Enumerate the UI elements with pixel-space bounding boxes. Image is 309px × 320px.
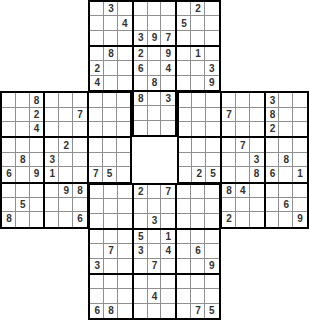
cell-r6-c8[interactable]: [104, 76, 118, 90]
sudoku-block: 25: [178, 137, 221, 182]
cell-r21-c15: 5: [205, 304, 219, 318]
cell-r10-c3[interactable]: [30, 138, 44, 152]
cell-r10-c14[interactable]: [192, 138, 206, 152]
cell-r12-c7: 7: [89, 167, 103, 181]
cell-r7-c18[interactable]: [250, 93, 264, 107]
cell-r8-c1[interactable]: [2, 108, 16, 122]
cell-r15-c5[interactable]: [59, 212, 73, 226]
cell-r19-c9[interactable]: [118, 275, 132, 289]
cell-r20-c8[interactable]: [104, 289, 118, 303]
cell-r16-c8[interactable]: [104, 230, 118, 244]
cell-r12-c4: 1: [45, 167, 59, 181]
cell-r11-c7[interactable]: [89, 153, 103, 167]
cell-r15-c9[interactable]: [118, 214, 132, 228]
cell-r13-c15: [205, 185, 219, 199]
cell-r1-c12[interactable]: [161, 2, 175, 16]
cell-r21-c13[interactable]: [177, 304, 191, 318]
cell-r12-c5[interactable]: [59, 167, 73, 181]
cell-r9-c16[interactable]: [222, 122, 236, 136]
cell-r16-c13[interactable]: [177, 230, 191, 244]
cell-r11-c13[interactable]: [179, 153, 193, 167]
cell-r4-c15[interactable]: [205, 47, 219, 61]
cell-r16-c7[interactable]: [90, 230, 104, 244]
cell-r7-c13[interactable]: [179, 93, 193, 107]
cell-r9-c1[interactable]: [2, 122, 16, 136]
sudoku-block: 69: [176, 229, 219, 274]
cell-r9-c21[interactable]: [293, 122, 307, 136]
cell-r16-c14[interactable]: [191, 230, 205, 244]
cell-r9-c13[interactable]: [179, 122, 193, 136]
sudoku-block: 824: [89, 46, 132, 91]
cell-r7-c11[interactable]: [148, 92, 162, 106]
cell-r5-c8[interactable]: [104, 61, 118, 75]
cell-r12-c15: 5: [206, 167, 220, 181]
cell-r15-c6: 6: [73, 212, 87, 226]
cell-r17-c15[interactable]: [205, 244, 219, 258]
cell-r7-c19: 3: [266, 93, 280, 107]
cell-r7-c7[interactable]: [89, 93, 103, 107]
sudoku-block: 738: [221, 137, 264, 182]
cell-r11-c1[interactable]: [2, 153, 16, 167]
cell-r15-c16: 2: [222, 212, 236, 226]
cell-r14-c15[interactable]: [205, 199, 219, 213]
sudoku-block: 25: [176, 1, 219, 46]
cell-r12-c17[interactable]: [236, 167, 250, 181]
cell-r14-c19[interactable]: [266, 198, 280, 212]
sudoku-block: 842: [221, 183, 264, 228]
cell-r14-c7[interactable]: [90, 199, 104, 213]
cell-r17-c12: 4: [161, 244, 175, 258]
cell-r11-c9[interactable]: [117, 153, 131, 167]
cell-r14-c16[interactable]: [222, 198, 236, 212]
cell-r18-c13[interactable]: [177, 259, 191, 273]
cell-r10-c18[interactable]: [250, 138, 264, 152]
cell-r14-c6[interactable]: [73, 198, 87, 212]
cell-r14-c5[interactable]: [59, 198, 73, 212]
cell-r13-c2[interactable]: [16, 184, 30, 198]
cell-r19-c12[interactable]: [161, 275, 175, 289]
cell-r8-c9[interactable]: [117, 108, 131, 122]
sudoku-block: 51347: [133, 229, 176, 274]
cell-r16-c11[interactable]: [148, 230, 162, 244]
cell-r14-c12[interactable]: [161, 199, 175, 213]
cell-r18-c12[interactable]: [161, 259, 175, 273]
cell-r16-c9[interactable]: [118, 230, 132, 244]
cell-r14-c3[interactable]: [30, 198, 44, 212]
cell-r20-c7[interactable]: [90, 289, 104, 303]
cell-r10-c15[interactable]: [206, 138, 220, 152]
sudoku-block: 29648: [133, 46, 176, 91]
sudoku-block: 34: [89, 1, 132, 46]
cell-r11-c6[interactable]: [73, 153, 87, 167]
cell-r8-c15[interactable]: [206, 108, 220, 122]
cell-r21-c12[interactable]: [161, 304, 175, 318]
cell-r5-c11[interactable]: [148, 61, 162, 75]
cell-r13-c12: 7: [161, 185, 175, 199]
cell-r3-c12: 7: [161, 31, 175, 45]
cell-r7-c1[interactable]: [2, 93, 16, 107]
cell-r10-c6[interactable]: [73, 138, 87, 152]
cell-r19-c15[interactable]: [205, 275, 219, 289]
cell-r8-c14[interactable]: [192, 108, 206, 122]
cell-r4-c9[interactable]: [118, 47, 132, 61]
cell-r13-c6: 8: [73, 184, 87, 198]
cell-r20-c15[interactable]: [205, 289, 219, 303]
cell-r11-c19[interactable]: [266, 153, 280, 167]
cell-r6-c11: 8: [148, 76, 162, 90]
cell-r8-c5[interactable]: [59, 108, 73, 122]
cell-r10-c21[interactable]: [293, 138, 307, 152]
cell-r20-c9[interactable]: [118, 289, 132, 303]
cell-r2-c11[interactable]: [148, 16, 162, 30]
cell-r14-c17[interactable]: [236, 198, 250, 212]
cell-r1-c11[interactable]: [148, 2, 162, 16]
cell-r5-c13[interactable]: [177, 61, 191, 75]
cell-r14-c18[interactable]: [250, 198, 264, 212]
sudoku-block: 139: [176, 46, 219, 91]
cell-r3-c15[interactable]: [205, 31, 219, 45]
cell-r7-c14: [192, 93, 206, 107]
cell-r12-c9[interactable]: [117, 167, 131, 181]
cell-r2-c14[interactable]: [191, 16, 205, 30]
cell-r14-c10[interactable]: [134, 199, 148, 213]
cell-r8-c7[interactable]: [89, 108, 103, 122]
cell-r9-c17[interactable]: [236, 122, 250, 136]
cell-r15-c14[interactable]: [191, 214, 205, 228]
cell-r4-c8: 8: [104, 47, 118, 61]
cell-r17-c11[interactable]: [148, 244, 162, 258]
cell-r3-c14[interactable]: [191, 31, 205, 45]
cell-r20-c12[interactable]: [161, 289, 175, 303]
cell-r12-c1: 6: [2, 167, 16, 181]
cell-r12-c21: 1: [293, 167, 307, 181]
cell-r1-c10[interactable]: [134, 2, 148, 16]
cell-r4-c11[interactable]: [148, 47, 162, 61]
cell-r1-c7[interactable]: [90, 2, 104, 16]
cell-r11-c16[interactable]: [222, 153, 236, 167]
cell-r8-c10[interactable]: [134, 106, 148, 120]
cell-r18-c8[interactable]: [104, 259, 118, 273]
cell-r12-c8: 5: [103, 167, 117, 181]
cell-r18-c11: 7: [148, 259, 162, 273]
cell-r10-c7[interactable]: [89, 138, 103, 152]
cell-r11-c3[interactable]: [30, 153, 44, 167]
sudoku-block: 397: [133, 1, 176, 46]
cell-r10-c1[interactable]: [2, 138, 16, 152]
cell-r18-c9[interactable]: [118, 259, 132, 273]
cell-r7-c5[interactable]: [59, 93, 73, 107]
cell-r8-c11[interactable]: [148, 106, 162, 120]
cell-r3-c9[interactable]: [118, 31, 132, 45]
cell-r15-c10[interactable]: [134, 214, 148, 228]
cell-r9-c7[interactable]: [89, 122, 103, 136]
cell-r19-c13[interactable]: [177, 275, 191, 289]
cell-r10-c20[interactable]: [279, 138, 293, 152]
cell-r14-c11[interactable]: [148, 199, 162, 213]
cell-r13-c5: 9: [59, 184, 73, 198]
cell-r9-c3: 4: [30, 122, 44, 136]
cell-r21-c11[interactable]: [148, 304, 162, 318]
sudoku-block: 75: [176, 274, 219, 319]
cell-r15-c13[interactable]: [177, 214, 191, 228]
cell-r14-c4[interactable]: [45, 198, 59, 212]
cell-r18-c7: 3: [90, 259, 104, 273]
cell-r14-c1[interactable]: [2, 198, 16, 212]
cell-r2-c10[interactable]: [134, 16, 148, 30]
cell-r11-c20: 8: [279, 153, 293, 167]
cell-r1-c13[interactable]: [177, 2, 191, 16]
cell-r17-c7[interactable]: [90, 244, 104, 258]
cell-r13-c3[interactable]: [30, 184, 44, 198]
cell-r11-c15[interactable]: [206, 153, 220, 167]
cell-r10-c13[interactable]: [179, 138, 193, 152]
cell-r7-c12: 3: [161, 92, 175, 106]
cell-r11-c17[interactable]: [236, 153, 250, 167]
cell-r9-c12[interactable]: [161, 121, 175, 135]
cell-r6-c15: 9: [205, 76, 219, 90]
cell-r13-c4[interactable]: [45, 184, 59, 198]
cell-r3-c10: 3: [134, 31, 148, 45]
sudoku-block: 83: [133, 91, 176, 136]
cell-r15-c19[interactable]: [266, 212, 280, 226]
cell-r8-c19: 8: [266, 108, 280, 122]
sudoku-cross-board: 343972582429648139178379 824786923175589…: [0, 0, 309, 320]
cell-r19-c14[interactable]: [191, 275, 205, 289]
cell-r2-c13: 5: [177, 16, 191, 30]
cell-r8-c20[interactable]: [279, 108, 293, 122]
cell-r16-c15[interactable]: [205, 230, 219, 244]
cell-r7-c21[interactable]: [293, 93, 307, 107]
cell-r16-c10: 5: [134, 230, 148, 244]
cell-r8-c18[interactable]: [250, 108, 264, 122]
cell-r12-c6[interactable]: [73, 167, 87, 181]
cell-r15-c2[interactable]: [16, 212, 30, 226]
cell-r7-c16[interactable]: [222, 93, 236, 107]
cell-r4-c14: 1: [191, 47, 205, 61]
cell-r8-c8[interactable]: [103, 108, 117, 122]
cell-r8-c13[interactable]: [179, 108, 193, 122]
cell-r13-c7: [90, 185, 104, 199]
cell-r5-c15: 3: [205, 61, 219, 75]
cell-r15-c3[interactable]: [30, 212, 44, 226]
cell-r13-c13[interactable]: [177, 185, 191, 199]
cell-r12-c18: 8: [250, 167, 264, 181]
cell-r17-c9[interactable]: [118, 244, 132, 258]
cell-r6-c12[interactable]: [161, 76, 175, 90]
cell-r17-c13[interactable]: [177, 244, 191, 258]
cell-r17-c8: 7: [104, 244, 118, 258]
cell-r13-c17: 4: [236, 184, 250, 198]
cell-r17-c14: 6: [191, 244, 205, 258]
cell-r2-c9: 4: [118, 16, 132, 30]
cell-r6-c13[interactable]: [177, 76, 191, 90]
cell-r10-c17: 7: [236, 138, 250, 152]
cell-r7-c17[interactable]: [236, 93, 250, 107]
cell-r14-c21[interactable]: [293, 198, 307, 212]
cell-r8-c21[interactable]: [293, 108, 307, 122]
cell-r10-c4[interactable]: [45, 138, 59, 152]
cell-r8-c6: 7: [73, 108, 87, 122]
cell-r9-c4[interactable]: [45, 122, 59, 136]
sudoku-block: 7: [44, 92, 87, 137]
cell-r19-c8[interactable]: [104, 275, 118, 289]
cell-r12-c14: 2: [192, 167, 206, 181]
sudoku-block: [176, 184, 219, 229]
cell-r3-c7[interactable]: [90, 31, 104, 45]
cell-r15-c1: 8: [2, 212, 16, 226]
cell-r11-c8[interactable]: [103, 153, 117, 167]
cell-r11-c14[interactable]: [192, 153, 206, 167]
cell-r19-c10[interactable]: [134, 275, 148, 289]
cell-r15-c21: 9: [293, 212, 307, 226]
cell-r12-c2[interactable]: [16, 167, 30, 181]
cell-r10-c16[interactable]: [222, 138, 236, 152]
cell-r15-c18[interactable]: [250, 212, 264, 226]
cell-r5-c9[interactable]: [118, 61, 132, 75]
cell-r9-c2[interactable]: [16, 122, 30, 136]
cell-r10-c2[interactable]: [16, 138, 30, 152]
cell-r18-c14[interactable]: [191, 259, 205, 273]
cell-r13-c16: 8: [222, 184, 236, 198]
cell-r7-c9[interactable]: [117, 93, 131, 107]
cell-r18-c10[interactable]: [134, 259, 148, 273]
cell-r8-c17[interactable]: [236, 108, 250, 122]
cell-r15-c17[interactable]: [236, 212, 250, 226]
sudoku-block: 273: [133, 184, 176, 229]
sudoku-block: 231: [44, 137, 87, 182]
cell-r12-c16[interactable]: [222, 167, 236, 181]
cell-r7-c15[interactable]: [206, 93, 220, 107]
cell-r8-c4[interactable]: [45, 108, 59, 122]
cell-r15-c15: [205, 214, 219, 228]
sudoku-block: 69: [265, 183, 308, 228]
cell-r4-c10: 2: [134, 47, 148, 61]
sudoku-block: 7: [221, 92, 264, 137]
cell-r6-c9[interactable]: [118, 76, 132, 90]
cell-r10-c19[interactable]: [266, 138, 280, 152]
cell-r1-c15[interactable]: [205, 2, 219, 16]
cell-r15-c4[interactable]: [45, 212, 59, 226]
cell-r2-c12[interactable]: [161, 16, 175, 30]
cell-r9-c18[interactable]: [250, 122, 264, 136]
sudoku-block: 75: [88, 137, 131, 182]
cell-r9-c5[interactable]: [59, 122, 73, 136]
cell-r13-c11[interactable]: [148, 185, 162, 199]
cell-r5-c7: 2: [90, 61, 104, 75]
cell-r20-c13[interactable]: [177, 289, 191, 303]
cell-r2-c8[interactable]: [104, 16, 118, 30]
cell-r13-c1[interactable]: [2, 184, 16, 198]
cell-r7-c6[interactable]: [73, 93, 87, 107]
cell-r6-c14[interactable]: [191, 76, 205, 90]
cell-r13-c21[interactable]: [293, 184, 307, 198]
cell-r7-c4[interactable]: [45, 93, 59, 107]
cell-r2-c7[interactable]: [90, 16, 104, 30]
sudoku-block: 4: [133, 274, 176, 319]
cell-r10-c5: 2: [59, 138, 73, 152]
cell-r9-c9[interactable]: [117, 122, 131, 136]
cell-r21-c9[interactable]: [118, 304, 132, 318]
cell-r3-c13[interactable]: [177, 31, 191, 45]
cell-r13-c20[interactable]: [279, 184, 293, 198]
cell-r13-c18[interactable]: [250, 184, 264, 198]
cell-r5-c14[interactable]: [191, 61, 205, 75]
sudoku-grid-bottom: 27373513476968475: [88, 183, 220, 320]
sudoku-block: 58: [1, 183, 44, 228]
cell-r18-c15: 9: [205, 259, 219, 273]
cell-r13-c19[interactable]: [266, 184, 280, 198]
cell-r13-c9[interactable]: [118, 185, 132, 199]
cell-r16-c12: 1: [161, 230, 175, 244]
cell-r11-c18: 3: [250, 153, 264, 167]
sudoku-block: [88, 92, 131, 137]
cell-r13-c14[interactable]: [191, 185, 205, 199]
cell-r8-c2[interactable]: [16, 108, 30, 122]
cell-r7-c10: 8: [134, 92, 148, 106]
sudoku-block: 861: [265, 137, 308, 182]
cell-r21-c14: 7: [191, 304, 205, 318]
cell-r20-c11: 4: [148, 289, 162, 303]
cell-r15-c20[interactable]: [279, 212, 293, 226]
cell-r11-c2: 8: [16, 153, 30, 167]
cell-r14-c9: [118, 199, 132, 213]
cell-r4-c7[interactable]: [90, 47, 104, 61]
cell-r15-c8[interactable]: [104, 214, 118, 228]
cell-r9-c15[interactable]: [206, 122, 220, 136]
cell-r3-c8[interactable]: [104, 31, 118, 45]
cell-r14-c8[interactable]: [104, 199, 118, 213]
cell-r17-c10: 3: [134, 244, 148, 258]
cell-r15-c12[interactable]: [161, 214, 175, 228]
cell-r9-c11[interactable]: [148, 121, 162, 135]
cell-r7-c8: [103, 93, 117, 107]
sudoku-block: 73: [89, 229, 132, 274]
cell-r19-c7[interactable]: [90, 275, 104, 289]
cell-r10-c9[interactable]: [117, 138, 131, 152]
cell-r13-c8[interactable]: [104, 185, 118, 199]
cell-r7-c2[interactable]: [16, 93, 30, 107]
cell-r7-c3: 8: [30, 93, 44, 107]
cell-r14-c2: 5: [16, 198, 30, 212]
cell-r11-c5[interactable]: [59, 153, 73, 167]
cell-r5-c12: 4: [161, 61, 175, 75]
cell-r20-c14[interactable]: [191, 289, 205, 303]
cell-r9-c6[interactable]: [73, 122, 87, 136]
cell-r1-c9[interactable]: [118, 2, 132, 16]
cell-r7-c20[interactable]: [279, 93, 293, 107]
cell-r2-c15[interactable]: [205, 16, 219, 30]
cell-r4-c13[interactable]: [177, 47, 191, 61]
cell-r9-c19: 2: [266, 122, 280, 136]
sudoku-block: 986: [44, 183, 87, 228]
cell-r9-c20[interactable]: [279, 122, 293, 136]
cell-r21-c10[interactable]: [134, 304, 148, 318]
cell-r20-c10[interactable]: [134, 289, 148, 303]
cell-r10-c8[interactable]: [103, 138, 117, 152]
cell-r12-c3: 9: [30, 167, 44, 181]
cell-r6-c10[interactable]: [134, 76, 148, 90]
cell-r8-c12[interactable]: [161, 106, 175, 120]
cell-r4-c12: 9: [161, 47, 175, 61]
cell-r1-c8: 3: [104, 2, 118, 16]
cell-r12-c13[interactable]: [179, 167, 193, 181]
cell-r14-c14[interactable]: [191, 199, 205, 213]
cell-r9-c10[interactable]: [134, 121, 148, 135]
cell-r21-c8: 8: [104, 304, 118, 318]
cell-r11-c21[interactable]: [293, 153, 307, 167]
cell-r12-c20[interactable]: [279, 167, 293, 181]
cell-r19-c11[interactable]: [148, 275, 162, 289]
